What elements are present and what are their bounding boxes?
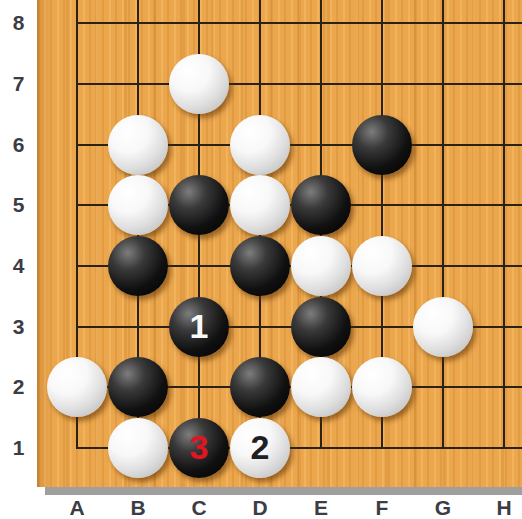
stone-black-D2[interactable] [230,357,290,417]
row-label-4: 4 [0,251,37,281]
stone-black-C1[interactable]: 3 [169,418,229,478]
stone-white-C7[interactable] [169,54,229,114]
stone-white-A2[interactable] [47,357,107,417]
grid-line-row-8 [76,22,522,24]
column-label-D: D [245,496,275,519]
grid-line-col-H [503,0,505,449]
row-label-5: 5 [0,190,37,220]
stone-black-C3[interactable]: 1 [169,297,229,357]
stone-white-B1[interactable] [108,418,168,478]
stone-white-E2[interactable] [291,357,351,417]
column-label-G: G [428,496,458,519]
stone-black-F6[interactable] [352,115,412,175]
go-diagram: 132 12345678 ABCDEFGH [0,0,522,519]
stone-white-E4[interactable] [291,236,351,296]
grid-line-row-7 [76,83,522,85]
stone-black-C5[interactable] [169,175,229,235]
stone-white-D5[interactable] [230,175,290,235]
row-label-2: 2 [0,372,37,402]
stone-white-F2[interactable] [352,357,412,417]
board-drop-shadow [45,487,522,495]
row-label-6: 6 [0,130,37,160]
move-number-2: 2 [251,430,270,464]
stone-white-B6[interactable] [108,115,168,175]
row-label-8: 8 [0,8,37,38]
column-label-F: F [367,496,397,519]
row-label-1: 1 [0,433,37,463]
stone-white-D1[interactable]: 2 [230,418,290,478]
column-label-H: H [489,496,519,519]
stone-white-F4[interactable] [352,236,412,296]
stone-black-B2[interactable] [108,357,168,417]
stone-black-E5[interactable] [291,175,351,235]
stone-black-B4[interactable] [108,236,168,296]
stone-white-G3[interactable] [413,297,473,357]
stone-black-D4[interactable] [230,236,290,296]
column-label-B: B [123,496,153,519]
stone-white-B5[interactable] [108,175,168,235]
column-label-C: C [184,496,214,519]
grid-line-col-G [442,0,444,449]
stone-black-E3[interactable] [291,297,351,357]
move-number-1: 1 [190,309,209,343]
column-label-A: A [62,496,92,519]
row-label-3: 3 [0,312,37,342]
column-label-E: E [306,496,336,519]
row-label-7: 7 [0,69,37,99]
stone-white-D6[interactable] [230,115,290,175]
move-number-3: 3 [190,430,209,464]
